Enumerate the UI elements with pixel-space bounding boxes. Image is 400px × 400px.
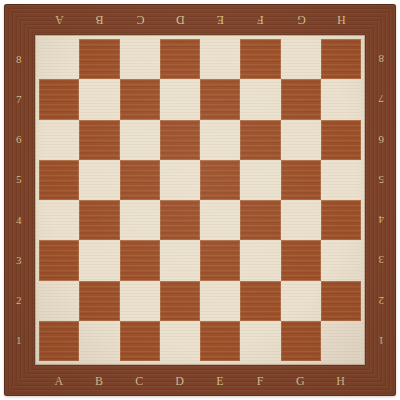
square-g3[interactable] [281, 240, 321, 280]
square-e5[interactable] [200, 160, 240, 200]
square-a8[interactable] [39, 39, 79, 79]
square-c5[interactable] [120, 160, 160, 200]
file-labels-top: ABCDEFGH [39, 10, 361, 30]
right-coordinate-label: 4 [369, 200, 393, 240]
square-g8[interactable] [281, 39, 321, 79]
top-coordinate-label: B [79, 10, 119, 30]
square-e2[interactable] [200, 281, 240, 321]
square-h7[interactable] [321, 79, 361, 119]
square-h2[interactable] [321, 281, 361, 321]
square-g4[interactable] [281, 200, 321, 240]
square-b4[interactable] [79, 200, 119, 240]
right-coordinate-label: 5 [369, 160, 393, 200]
bottom-coordinate-label: B [79, 371, 119, 391]
left-coordinate-label: 1 [7, 321, 31, 361]
square-f2[interactable] [240, 281, 280, 321]
top-coordinate-label: F [240, 10, 280, 30]
left-coordinate-label: 2 [7, 281, 31, 321]
square-d4[interactable] [160, 200, 200, 240]
square-f3[interactable] [240, 240, 280, 280]
square-b7[interactable] [79, 79, 119, 119]
square-f8[interactable] [240, 39, 280, 79]
square-a7[interactable] [39, 79, 79, 119]
file-labels-bottom: ABCDEFGH [39, 371, 361, 391]
square-b6[interactable] [79, 120, 119, 160]
square-c3[interactable] [120, 240, 160, 280]
square-a6[interactable] [39, 120, 79, 160]
square-h3[interactable] [321, 240, 361, 280]
square-c6[interactable] [120, 120, 160, 160]
square-a2[interactable] [39, 281, 79, 321]
square-a5[interactable] [39, 160, 79, 200]
square-c7[interactable] [120, 79, 160, 119]
top-coordinate-label: C [120, 10, 160, 30]
square-h6[interactable] [321, 120, 361, 160]
bottom-coordinate-label: D [160, 371, 200, 391]
square-d6[interactable] [160, 120, 200, 160]
square-g7[interactable] [281, 79, 321, 119]
square-g6[interactable] [281, 120, 321, 160]
square-h4[interactable] [321, 200, 361, 240]
right-coordinate-label: 7 [369, 79, 393, 119]
square-d2[interactable] [160, 281, 200, 321]
right-coordinate-label: 8 [369, 39, 393, 79]
square-b1[interactable] [79, 321, 119, 361]
square-d5[interactable] [160, 160, 200, 200]
square-b3[interactable] [79, 240, 119, 280]
square-e4[interactable] [200, 200, 240, 240]
square-c2[interactable] [120, 281, 160, 321]
square-h8[interactable] [321, 39, 361, 79]
right-coordinate-label: 1 [369, 321, 393, 361]
square-h1[interactable] [321, 321, 361, 361]
right-coordinate-label: 2 [369, 281, 393, 321]
top-coordinate-label: E [200, 10, 240, 30]
square-h5[interactable] [321, 160, 361, 200]
bottom-coordinate-label: F [240, 371, 280, 391]
square-d7[interactable] [160, 79, 200, 119]
square-e1[interactable] [200, 321, 240, 361]
chessboard-grid [39, 39, 361, 361]
square-f5[interactable] [240, 160, 280, 200]
square-a1[interactable] [39, 321, 79, 361]
top-coordinate-label: D [160, 10, 200, 30]
square-d1[interactable] [160, 321, 200, 361]
square-b8[interactable] [79, 39, 119, 79]
bottom-coordinate-label: H [321, 371, 361, 391]
left-coordinate-label: 4 [7, 200, 31, 240]
square-c8[interactable] [120, 39, 160, 79]
top-coordinate-label: H [321, 10, 361, 30]
square-a3[interactable] [39, 240, 79, 280]
bottom-coordinate-label: C [120, 371, 160, 391]
square-c1[interactable] [120, 321, 160, 361]
left-coordinate-label: 8 [7, 39, 31, 79]
square-c4[interactable] [120, 200, 160, 240]
rank-labels-left: 87654321 [7, 39, 31, 361]
chessboard: ABCDEFGH ABCDEFGH 87654321 87654321 [4, 4, 396, 396]
square-g5[interactable] [281, 160, 321, 200]
square-d3[interactable] [160, 240, 200, 280]
square-e7[interactable] [200, 79, 240, 119]
left-coordinate-label: 3 [7, 240, 31, 280]
right-coordinate-label: 3 [369, 240, 393, 280]
square-f1[interactable] [240, 321, 280, 361]
left-coordinate-label: 5 [7, 160, 31, 200]
square-g2[interactable] [281, 281, 321, 321]
top-coordinate-label: G [281, 10, 321, 30]
square-b5[interactable] [79, 160, 119, 200]
square-e6[interactable] [200, 120, 240, 160]
square-g1[interactable] [281, 321, 321, 361]
square-e8[interactable] [200, 39, 240, 79]
square-a4[interactable] [39, 200, 79, 240]
left-coordinate-label: 7 [7, 79, 31, 119]
left-coordinate-label: 6 [7, 120, 31, 160]
top-coordinate-label: A [39, 10, 79, 30]
square-e3[interactable] [200, 240, 240, 280]
square-f6[interactable] [240, 120, 280, 160]
square-f4[interactable] [240, 200, 280, 240]
bottom-coordinate-label: E [200, 371, 240, 391]
right-coordinate-label: 6 [369, 120, 393, 160]
chessboard-photo: ABCDEFGH ABCDEFGH 87654321 87654321 [0, 0, 400, 400]
square-f7[interactable] [240, 79, 280, 119]
bottom-coordinate-label: G [281, 371, 321, 391]
square-d8[interactable] [160, 39, 200, 79]
square-b2[interactable] [79, 281, 119, 321]
bottom-coordinate-label: A [39, 371, 79, 391]
rank-labels-right: 87654321 [369, 39, 393, 361]
